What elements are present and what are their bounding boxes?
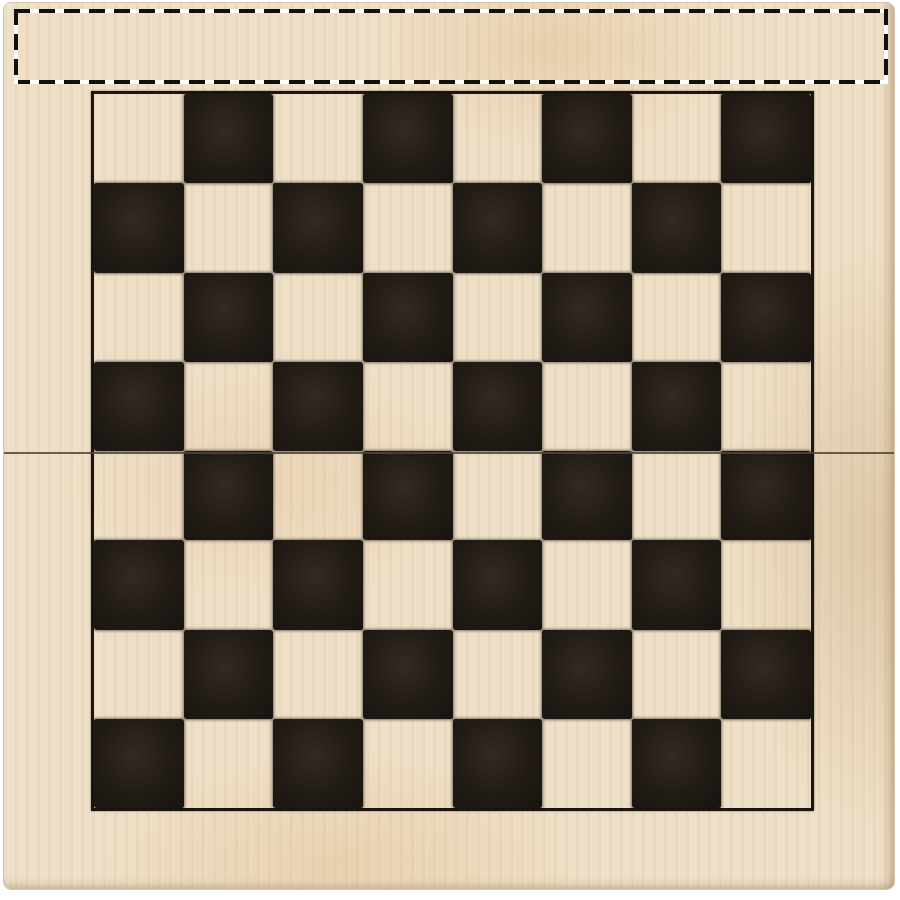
square-d3 (363, 540, 453, 629)
square-c5 (273, 362, 363, 451)
square-d7 (363, 183, 453, 272)
square-h8 (721, 94, 811, 183)
product-photo (0, 0, 900, 900)
square-h6 (721, 273, 811, 362)
square-a6 (94, 273, 184, 362)
square-g3 (632, 540, 722, 629)
square-b4 (184, 451, 274, 540)
square-e4 (453, 451, 543, 540)
square-d1 (363, 719, 453, 808)
print-area-edge-top (14, 9, 888, 13)
square-f3 (542, 540, 632, 629)
checkerboard (91, 91, 814, 811)
square-f1 (542, 719, 632, 808)
wooden-board-panel (3, 2, 895, 890)
square-c7 (273, 183, 363, 272)
square-f7 (542, 183, 632, 272)
square-b3 (184, 540, 274, 629)
square-e7 (453, 183, 543, 272)
square-b1 (184, 719, 274, 808)
square-b2 (184, 630, 274, 719)
square-f6 (542, 273, 632, 362)
square-e5 (453, 362, 543, 451)
square-e8 (453, 94, 543, 183)
square-h3 (721, 540, 811, 629)
square-g5 (632, 362, 722, 451)
print-area-edge-bottom (14, 80, 888, 84)
square-a8 (94, 94, 184, 183)
square-d8 (363, 94, 453, 183)
square-a2 (94, 630, 184, 719)
square-g7 (632, 183, 722, 272)
square-c3 (273, 540, 363, 629)
square-c1 (273, 719, 363, 808)
print-area-edge-left (14, 9, 18, 84)
square-h7 (721, 183, 811, 272)
square-g1 (632, 719, 722, 808)
square-b6 (184, 273, 274, 362)
square-g8 (632, 94, 722, 183)
square-b7 (184, 183, 274, 272)
square-b5 (184, 362, 274, 451)
square-a3 (94, 540, 184, 629)
square-f4 (542, 451, 632, 540)
square-c6 (273, 273, 363, 362)
square-c4 (273, 451, 363, 540)
square-e1 (453, 719, 543, 808)
square-h1 (721, 719, 811, 808)
square-c8 (273, 94, 363, 183)
square-f2 (542, 630, 632, 719)
square-a7 (94, 183, 184, 272)
square-b8 (184, 94, 274, 183)
square-d2 (363, 630, 453, 719)
square-e2 (453, 630, 543, 719)
square-g4 (632, 451, 722, 540)
square-d4 (363, 451, 453, 540)
square-g6 (632, 273, 722, 362)
print-area-edge-right (884, 9, 888, 84)
square-a5 (94, 362, 184, 451)
square-c2 (273, 630, 363, 719)
square-a1 (94, 719, 184, 808)
square-h5 (721, 362, 811, 451)
print-area-dashed-outline (14, 9, 888, 84)
square-e6 (453, 273, 543, 362)
board-fold-seam (4, 452, 894, 454)
square-d5 (363, 362, 453, 451)
square-a4 (94, 451, 184, 540)
square-g2 (632, 630, 722, 719)
square-f8 (542, 94, 632, 183)
square-d6 (363, 273, 453, 362)
square-f5 (542, 362, 632, 451)
square-h2 (721, 630, 811, 719)
square-h4 (721, 451, 811, 540)
square-e3 (453, 540, 543, 629)
